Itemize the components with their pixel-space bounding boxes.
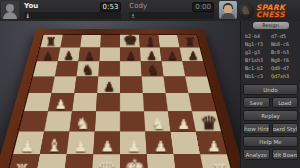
square-d8[interactable] bbox=[100, 35, 120, 48]
square-g4[interactable] bbox=[166, 93, 192, 111]
move-row: Nb1-c3Qd7xh3 bbox=[245, 72, 297, 80]
square-g6[interactable] bbox=[162, 61, 186, 76]
square-b5[interactable] bbox=[52, 76, 77, 93]
square-e6[interactable] bbox=[120, 61, 142, 76]
piece-black-bishop-f8[interactable]: ♝ bbox=[144, 35, 156, 47]
move-white: Bf1xh3 bbox=[245, 56, 271, 64]
move-black: d7-d5 bbox=[271, 32, 297, 40]
square-c4[interactable] bbox=[72, 93, 97, 111]
piece-white-bishop-b2[interactable]: ♝ bbox=[45, 137, 62, 154]
square-a5[interactable] bbox=[29, 76, 55, 93]
piece-black-pawn-e7[interactable]: ♟ bbox=[125, 50, 136, 61]
your-name: You bbox=[24, 2, 38, 11]
move-white: g2-g3 bbox=[245, 48, 271, 56]
piece-white-pawn-d2[interactable]: ♟ bbox=[100, 140, 114, 155]
square-c2[interactable]: ♟ bbox=[67, 132, 95, 155]
button-stack: Undo Save Load Replay Show Hints Board S… bbox=[241, 82, 300, 162]
square-f4[interactable] bbox=[143, 93, 168, 111]
square-c1[interactable] bbox=[63, 154, 93, 168]
piece-black-rook-a8[interactable]: ♜ bbox=[45, 36, 56, 47]
knight-logo-icon: ♞ bbox=[238, 3, 254, 19]
piece-white-pawn-f2[interactable]: ♟ bbox=[153, 140, 167, 155]
opponent-name: Cody bbox=[129, 2, 147, 11]
move-white: b2-b4 bbox=[245, 32, 271, 40]
square-h2[interactable]: ♟ bbox=[196, 132, 227, 155]
opponent-captured-tray: ♗ bbox=[129, 12, 214, 19]
piece-white-pawn-a2[interactable]: ♟ bbox=[20, 140, 34, 155]
move-row: Bc1-b2Qd8-d7 bbox=[245, 64, 297, 72]
player-you: You 0:53 ♝ bbox=[20, 0, 125, 21]
piece-white-queen-d1[interactable]: ♛ bbox=[96, 159, 115, 168]
square-b4[interactable]: ♟ bbox=[48, 93, 74, 111]
side-panel: Resign b2-b4d7-d5Ng1-f3Nb8-c6g2-g3Bc8-h3… bbox=[240, 21, 300, 168]
square-b7[interactable]: ♟ bbox=[58, 48, 81, 62]
board-grid: ♜♚♝♜♟♟♟♟♟♟♟♞♞♟♟♞♞♟♛♟♝♟♟♟♟♟♜♛♚♜ bbox=[7, 35, 234, 168]
square-f3[interactable]: ♞ bbox=[144, 111, 171, 131]
show-hints-button[interactable]: Show Hints bbox=[243, 123, 270, 134]
piece-white-king-e1[interactable]: ♚ bbox=[124, 158, 145, 168]
move-row: Bf1xh3Ng8-f6 bbox=[245, 56, 297, 64]
piece-black-pawn-a7[interactable]: ♟ bbox=[42, 50, 53, 61]
square-f7[interactable]: ♟ bbox=[140, 48, 162, 62]
analyze-button[interactable]: Analyze bbox=[243, 149, 270, 160]
square-f1[interactable] bbox=[147, 154, 177, 168]
square-h7[interactable]: ♟ bbox=[180, 48, 203, 62]
square-c6[interactable]: ♞ bbox=[77, 61, 100, 76]
square-g1[interactable] bbox=[173, 154, 205, 168]
square-f2[interactable]: ♟ bbox=[145, 132, 173, 155]
captured-black-bishop-icon: ♝ bbox=[25, 12, 30, 19]
captured-white-bishop-icon: ♗ bbox=[130, 12, 135, 19]
square-c8[interactable] bbox=[80, 35, 101, 48]
square-d2[interactable]: ♟ bbox=[93, 132, 120, 155]
replay-button[interactable]: Replay bbox=[243, 110, 298, 121]
square-f8[interactable]: ♝ bbox=[139, 35, 160, 48]
square-c3[interactable]: ♞ bbox=[69, 111, 96, 131]
square-b2[interactable]: ♝ bbox=[40, 132, 70, 155]
chess-board: ♜♚♝♜♟♟♟♟♟♟♟♞♞♟♟♞♞♟♛♟♝♟♟♟♟♟♜♛♚♜ bbox=[0, 29, 240, 168]
square-b6[interactable] bbox=[55, 61, 79, 76]
square-a8[interactable]: ♜ bbox=[40, 35, 62, 48]
move-white: Ng1-f3 bbox=[245, 40, 271, 48]
square-b3[interactable] bbox=[44, 111, 72, 131]
move-black: Bc8-h3 bbox=[271, 48, 297, 56]
move-black: Qd8-d7 bbox=[271, 64, 297, 72]
move-black: Qd7xh3 bbox=[271, 72, 297, 80]
piece-black-knight-f6[interactable]: ♞ bbox=[146, 63, 159, 76]
move-black: Nb8-c6 bbox=[271, 40, 297, 48]
your-captured-tray: ♝ bbox=[24, 12, 121, 19]
square-g3[interactable]: ♟ bbox=[168, 111, 196, 131]
square-g7[interactable]: ♟ bbox=[160, 48, 183, 62]
piece-black-pawn-h7[interactable]: ♟ bbox=[187, 50, 198, 61]
sparkchess-logo: ♞ SPARK CHESS bbox=[238, 0, 300, 21]
piece-black-knight-c6[interactable]: ♞ bbox=[81, 63, 94, 76]
move-row: g2-g3Bc8-h3 bbox=[245, 48, 297, 56]
load-button[interactable]: Load bbox=[272, 97, 299, 108]
move-row: b2-b4d7-d5 bbox=[245, 32, 297, 40]
piece-white-pawn-b4[interactable]: ♟ bbox=[54, 98, 67, 111]
piece-black-pawn-g7[interactable]: ♟ bbox=[166, 50, 177, 61]
square-b1[interactable] bbox=[35, 154, 67, 168]
piece-white-rook-a1[interactable]: ♜ bbox=[13, 162, 30, 168]
piece-black-pawn-b7[interactable]: ♟ bbox=[63, 50, 74, 61]
square-e7[interactable]: ♟ bbox=[120, 48, 141, 62]
square-h6[interactable] bbox=[182, 61, 207, 76]
piece-white-knight-f3[interactable]: ♞ bbox=[150, 116, 165, 132]
square-e4[interactable] bbox=[120, 93, 144, 111]
square-h4[interactable] bbox=[188, 93, 215, 111]
piece-black-queen-h3[interactable]: ♛ bbox=[199, 114, 217, 132]
piece-black-king-e8[interactable]: ♚ bbox=[123, 33, 138, 48]
piece-black-rook-h8[interactable]: ♜ bbox=[184, 36, 195, 47]
piece-black-pawn-c7[interactable]: ♟ bbox=[83, 50, 94, 61]
help-me-button[interactable]: Help Me bbox=[243, 136, 298, 147]
square-c7[interactable]: ♟ bbox=[78, 48, 100, 62]
square-f6[interactable]: ♞ bbox=[141, 61, 164, 76]
move-list: b2-b4d7-d5Ng1-f3Nb8-c6g2-g3Bc8-h3Bf1xh3N… bbox=[241, 31, 300, 82]
square-d1[interactable]: ♛ bbox=[92, 154, 120, 168]
edit-board-button[interactable]: Edit Board bbox=[272, 149, 299, 160]
your-timer: 0:53 bbox=[100, 2, 122, 12]
square-g5[interactable] bbox=[163, 76, 188, 93]
square-h8[interactable]: ♜ bbox=[177, 35, 199, 48]
opponent-avatar bbox=[219, 1, 237, 19]
piece-black-pawn-d5[interactable]: ♟ bbox=[103, 81, 115, 93]
square-d3[interactable] bbox=[95, 111, 120, 131]
avatar-silhouette-icon bbox=[6, 4, 14, 12]
player-opponent: Cody 0:00 ♗ bbox=[125, 0, 218, 21]
square-h3[interactable]: ♛ bbox=[192, 111, 221, 131]
piece-white-pawn-e2[interactable]: ♟ bbox=[126, 140, 140, 155]
resign-button[interactable]: Resign bbox=[253, 22, 289, 29]
undo-button[interactable]: Undo bbox=[243, 84, 298, 95]
square-a6[interactable] bbox=[33, 61, 58, 76]
square-c5[interactable] bbox=[74, 76, 98, 93]
square-e8[interactable]: ♚ bbox=[120, 35, 140, 48]
piece-white-knight-c3[interactable]: ♞ bbox=[75, 116, 90, 132]
save-button[interactable]: Save bbox=[243, 97, 270, 108]
square-d4[interactable] bbox=[96, 93, 120, 111]
board-style-button[interactable]: Board Style bbox=[272, 123, 299, 134]
your-avatar bbox=[1, 1, 19, 19]
board-scene: ♜♚♝♜♟♟♟♟♟♟♟♞♞♟♟♞♞♟♛♟♝♟♟♟♟♟♜♛♚♜ bbox=[0, 21, 240, 168]
square-d5[interactable]: ♟ bbox=[97, 76, 120, 93]
move-white: Nb1-c3 bbox=[245, 72, 271, 80]
square-e3[interactable] bbox=[120, 111, 145, 131]
move-white: Bc1-b2 bbox=[245, 64, 271, 72]
square-f5[interactable] bbox=[142, 76, 166, 93]
square-e5[interactable] bbox=[120, 76, 143, 93]
piece-white-pawn-c2[interactable]: ♟ bbox=[73, 140, 87, 155]
logo-text-chess: CHESS bbox=[256, 11, 285, 18]
square-d6[interactable] bbox=[98, 61, 120, 76]
square-e1[interactable]: ♚ bbox=[120, 154, 148, 168]
square-g8[interactable] bbox=[158, 35, 180, 48]
square-a1[interactable]: ♜ bbox=[7, 154, 40, 168]
square-a7[interactable]: ♟ bbox=[37, 48, 60, 62]
square-e2[interactable]: ♟ bbox=[120, 132, 147, 155]
opponent-timer: 0:00 bbox=[192, 2, 214, 12]
piece-white-pawn-h2[interactable]: ♟ bbox=[206, 140, 220, 155]
piece-black-pawn-f7[interactable]: ♟ bbox=[146, 50, 157, 61]
move-black: Ng8-f6 bbox=[271, 56, 297, 64]
square-d7[interactable] bbox=[99, 48, 120, 62]
square-b8[interactable] bbox=[60, 35, 82, 48]
square-h5[interactable] bbox=[185, 76, 211, 93]
piece-white-pawn-g3[interactable]: ♟ bbox=[176, 118, 189, 132]
move-row: Ng1-f3Nb8-c6 bbox=[245, 40, 297, 48]
square-h1[interactable]: ♜ bbox=[200, 154, 233, 168]
piece-white-rook-h1[interactable]: ♜ bbox=[211, 162, 228, 168]
top-bar: You 0:53 ♝ Cody 0:00 ♗ ♞ SPARK CHESS bbox=[0, 0, 300, 21]
